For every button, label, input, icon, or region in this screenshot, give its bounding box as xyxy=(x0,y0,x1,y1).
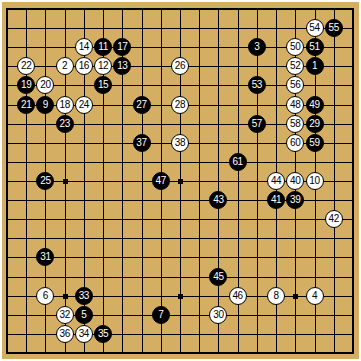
stone-white-38[interactable]: 38 xyxy=(171,134,189,152)
stone-black-23[interactable]: 23 xyxy=(56,115,74,133)
stone-black-31[interactable]: 31 xyxy=(36,248,54,266)
stone-black-57[interactable]: 57 xyxy=(248,115,266,133)
stone-white-50[interactable]: 50 xyxy=(286,38,304,56)
stone-black-29[interactable]: 29 xyxy=(306,115,324,133)
stone-white-14[interactable]: 14 xyxy=(75,38,93,56)
stone-black-43[interactable]: 43 xyxy=(209,191,227,209)
stone-white-54[interactable]: 54 xyxy=(306,19,324,37)
stone-white-32[interactable]: 32 xyxy=(56,306,74,324)
stone-black-27[interactable]: 27 xyxy=(133,96,151,114)
stone-black-49[interactable]: 49 xyxy=(306,96,324,114)
stone-black-41[interactable]: 41 xyxy=(267,191,285,209)
stone-white-48[interactable]: 48 xyxy=(286,96,304,114)
stone-white-2[interactable]: 2 xyxy=(56,57,74,75)
stone-white-18[interactable]: 18 xyxy=(56,96,74,114)
stone-black-55[interactable]: 55 xyxy=(325,19,343,37)
stone-black-1[interactable]: 1 xyxy=(306,57,324,75)
stone-white-34[interactable]: 34 xyxy=(75,325,93,343)
stone-white-46[interactable]: 46 xyxy=(229,287,247,305)
stone-black-9[interactable]: 9 xyxy=(36,96,54,114)
stone-white-26[interactable]: 26 xyxy=(171,57,189,75)
stone-white-28[interactable]: 28 xyxy=(171,96,189,114)
stone-black-11[interactable]: 11 xyxy=(94,38,112,56)
stone-black-19[interactable]: 19 xyxy=(17,76,35,94)
stone-white-4[interactable]: 4 xyxy=(306,287,324,305)
stone-white-10[interactable]: 10 xyxy=(306,172,324,190)
go-board-diagram: 1234567891011121314151617181920212223242… xyxy=(0,0,361,361)
stone-black-33[interactable]: 33 xyxy=(75,287,93,305)
stone-white-16[interactable]: 16 xyxy=(75,57,93,75)
stone-white-40[interactable]: 40 xyxy=(286,172,304,190)
stone-black-5[interactable]: 5 xyxy=(75,306,93,324)
stone-black-39[interactable]: 39 xyxy=(286,191,304,209)
stone-black-7[interactable]: 7 xyxy=(152,306,170,324)
stone-black-25[interactable]: 25 xyxy=(36,172,54,190)
stone-black-15[interactable]: 15 xyxy=(94,76,112,94)
stone-white-24[interactable]: 24 xyxy=(75,96,93,114)
stone-black-45[interactable]: 45 xyxy=(209,268,227,286)
stone-black-47[interactable]: 47 xyxy=(152,172,170,190)
stone-black-13[interactable]: 13 xyxy=(113,57,131,75)
stone-white-44[interactable]: 44 xyxy=(267,172,285,190)
stone-white-20[interactable]: 20 xyxy=(36,76,54,94)
stone-white-42[interactable]: 42 xyxy=(325,210,343,228)
stone-white-6[interactable]: 6 xyxy=(36,287,54,305)
stone-white-8[interactable]: 8 xyxy=(267,287,285,305)
stone-white-12[interactable]: 12 xyxy=(94,57,112,75)
stone-black-17[interactable]: 17 xyxy=(113,38,131,56)
stone-white-58[interactable]: 58 xyxy=(286,115,304,133)
stone-white-56[interactable]: 56 xyxy=(286,76,304,94)
stone-white-30[interactable]: 30 xyxy=(209,306,227,324)
stones-grid: 1234567891011121314151617181920212223242… xyxy=(0,0,361,361)
stone-black-53[interactable]: 53 xyxy=(248,76,266,94)
stone-black-35[interactable]: 35 xyxy=(94,325,112,343)
stone-black-37[interactable]: 37 xyxy=(133,134,151,152)
stone-white-36[interactable]: 36 xyxy=(56,325,74,343)
stone-black-21[interactable]: 21 xyxy=(17,96,35,114)
stone-white-60[interactable]: 60 xyxy=(286,134,304,152)
stone-black-61[interactable]: 61 xyxy=(229,153,247,171)
stone-white-52[interactable]: 52 xyxy=(286,57,304,75)
stone-black-3[interactable]: 3 xyxy=(248,38,266,56)
stone-white-22[interactable]: 22 xyxy=(17,57,35,75)
stone-black-51[interactable]: 51 xyxy=(306,38,324,56)
stone-black-59[interactable]: 59 xyxy=(306,134,324,152)
